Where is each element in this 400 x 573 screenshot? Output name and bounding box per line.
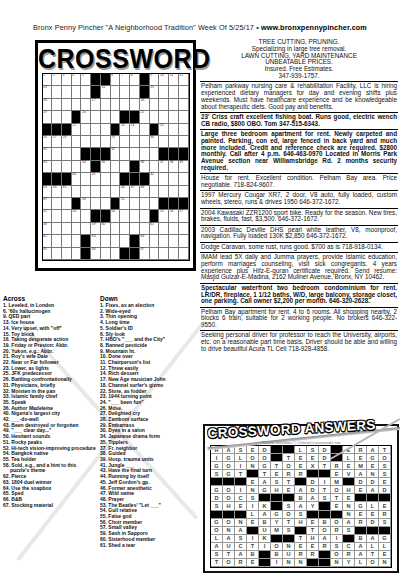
grid-cell: [81, 210, 91, 222]
grid-cell: [62, 198, 72, 210]
grid-cell: 57: [179, 210, 189, 222]
answer-cell: A: [211, 543, 223, 551]
answer-cell: A: [355, 551, 367, 559]
grid-cell: [52, 86, 62, 98]
header-text: Bronx Penny Pincher "A Neighborhood Trad…: [33, 23, 261, 32]
grid-cell: [72, 186, 82, 198]
answer-cell: E: [271, 470, 283, 478]
answer-cell: G: [271, 511, 283, 519]
answer-cell: N: [283, 559, 295, 567]
grid-cell: [169, 136, 179, 148]
down-clue-list: 1. Fixes, as an election2. Wide-eyed3. T…: [100, 303, 197, 548]
cell-number: 15: [150, 86, 154, 90]
grid-cell: [101, 111, 111, 123]
black-cell: [247, 470, 259, 478]
answer-cell: K: [259, 502, 271, 510]
classified-ad: IMAM lead 5X daily and Jumma prayers, pr…: [200, 253, 398, 283]
grid-cell: 10: [159, 74, 169, 86]
answer-cell: E: [367, 511, 379, 519]
answer-cell: S: [319, 494, 331, 502]
grid-cell: [111, 223, 121, 235]
cell-number: 7: [121, 74, 123, 78]
answer-cell: S: [211, 551, 223, 559]
classified-ad: 23' Criss craft excellent fishing boat. …: [200, 113, 398, 129]
cell-number: 40: [72, 173, 76, 177]
cell-number: 8: [131, 74, 133, 78]
answer-cell: L: [247, 511, 259, 519]
grid-cell: 31: [43, 148, 53, 160]
cell-number: 28: [63, 136, 67, 140]
grid-cell: [81, 136, 91, 148]
black-cell: [259, 494, 271, 502]
classified-ad: Seeking personal driver for professor to…: [200, 331, 398, 354]
grid-cell: [62, 161, 72, 173]
answer-cell: O: [331, 486, 343, 494]
grid-cell: [101, 186, 111, 198]
grid-cell: [111, 161, 121, 173]
cell-number: 20: [82, 111, 86, 115]
grid-cell: [120, 99, 130, 111]
black-cell: [271, 454, 283, 462]
black-cell: [271, 535, 283, 543]
grid-cell: 17: [91, 99, 101, 111]
grid-cell: [159, 99, 169, 111]
black-cell: [150, 210, 160, 222]
grid-cell: [140, 210, 150, 222]
answer-cell: G: [211, 486, 223, 494]
answer-cell: T: [307, 527, 319, 535]
answer-cell: O: [283, 511, 295, 519]
grid-cell: [62, 248, 72, 260]
black-cell: [271, 502, 283, 510]
answer-cell: O: [247, 454, 259, 462]
answer-cell: D: [307, 478, 319, 486]
answer-cell: T: [283, 454, 295, 462]
grid-cell: [72, 99, 82, 111]
cell-number: 14: [101, 86, 105, 90]
answer-cell: A: [259, 478, 271, 486]
cell-number: 66: [92, 248, 96, 252]
answer-cell: O: [367, 559, 379, 567]
black-cell: [307, 470, 319, 478]
answer-cell: A: [367, 535, 379, 543]
grid-cell: [111, 173, 121, 185]
grid-cell: [179, 86, 189, 98]
answer-cell: E: [307, 543, 319, 551]
answer-cell: R: [331, 462, 343, 470]
grid-cell: [179, 223, 189, 235]
grid-cell: 27: [52, 136, 62, 148]
answer-cell: E: [379, 502, 391, 510]
answer-cell: N: [367, 470, 379, 478]
grid-cell: [130, 136, 140, 148]
grid-cell: [130, 198, 140, 210]
black-cell: [247, 527, 259, 535]
cell-number: 10: [160, 74, 164, 78]
black-cell: [101, 148, 111, 160]
grid-cell: [120, 86, 130, 98]
grid-cell: 4: [72, 74, 82, 86]
grid-cell: [130, 210, 140, 222]
answer-cell: T: [211, 559, 223, 567]
answer-cell: R: [295, 470, 307, 478]
answer-cell: G: [223, 470, 235, 478]
answer-cell: U: [259, 527, 271, 535]
grid-cell: [150, 186, 160, 198]
cell-number: 32: [111, 148, 115, 152]
cell-number: 25: [160, 124, 164, 128]
grid-cell: 13: [43, 86, 53, 98]
grid-cell: [150, 235, 160, 247]
answer-cell: V: [343, 470, 355, 478]
answer-cell: G: [355, 502, 367, 510]
answer-cell: A: [223, 535, 235, 543]
grid-cell: [179, 99, 189, 111]
answer-cell: T: [235, 470, 247, 478]
cell-number: 44: [53, 186, 57, 190]
answer-cell: T: [319, 486, 331, 494]
answer-cell: L: [343, 454, 355, 462]
answer-cell: B: [295, 494, 307, 502]
grid-cell: [52, 99, 62, 111]
grid-cell: [81, 223, 91, 235]
grid-cell: [52, 210, 62, 222]
black-cell: [271, 494, 283, 502]
grid-cell: 15: [150, 86, 160, 98]
answer-cell: N: [295, 559, 307, 567]
grid-cell: [111, 235, 121, 247]
answer-cell: A: [259, 511, 271, 519]
grid-cell: 64: [140, 235, 150, 247]
answer-cell: R: [355, 446, 367, 454]
grid-cell: 36: [140, 161, 150, 173]
answer-cell: N: [247, 462, 259, 470]
answer-cell: I: [247, 535, 259, 543]
grid-cell: [159, 136, 169, 148]
cell-number: 36: [140, 161, 144, 165]
answer-cell: L: [235, 454, 247, 462]
grid-cell: [169, 235, 179, 247]
grid-cell: 52: [43, 210, 53, 222]
grid-cell: [120, 235, 130, 247]
cell-number: 26: [43, 136, 47, 140]
answer-cell: A: [295, 502, 307, 510]
grid-cell: 60: [101, 223, 111, 235]
classified-ad: Pelham Bay apartment for rent. 4 to 6 ro…: [200, 308, 398, 331]
cell-number: 45: [63, 186, 67, 190]
grid-cell: 45: [62, 186, 72, 198]
cell-number: 6: [111, 74, 113, 78]
grid-cell: [101, 173, 111, 185]
grid-cell: 11: [169, 74, 179, 86]
black-cell: [140, 173, 150, 185]
black-cell: [179, 148, 189, 160]
cell-number: 43: [43, 186, 47, 190]
black-cell: [307, 559, 319, 567]
black-cell: [130, 248, 140, 260]
black-cell: [355, 494, 367, 502]
grid-cell: 34: [81, 161, 91, 173]
grid-cell: 48: [140, 186, 150, 198]
answer-cell: E: [247, 519, 259, 527]
black-cell: [367, 494, 379, 502]
answer-cell: T: [271, 462, 283, 470]
answer-cell: E: [295, 543, 307, 551]
black-cell: [295, 478, 307, 486]
classified-ad: Dodge Caravan, some rust, runs good. $70…: [200, 243, 398, 252]
answer-cell: D: [355, 478, 367, 486]
cell-number: 13: [43, 86, 47, 90]
cell-number: 33: [43, 161, 47, 165]
cell-number: 60: [101, 223, 105, 227]
answer-cell: S: [283, 502, 295, 510]
cell-number: 42: [150, 173, 154, 177]
grid-cell: [150, 99, 160, 111]
grid-cell: [111, 99, 121, 111]
down-heading: Down: [100, 295, 197, 302]
answer-cell: A: [307, 494, 319, 502]
answer-cell: G: [259, 486, 271, 494]
grid-cell: 35: [101, 161, 111, 173]
grid-cell: [159, 223, 169, 235]
grid-cell: 42: [150, 173, 160, 185]
answer-cell: T: [259, 470, 271, 478]
black-cell: [101, 210, 111, 222]
answer-cell: E: [367, 462, 379, 470]
grid-cell: [179, 136, 189, 148]
answer-cell: R: [331, 527, 343, 535]
grid-cell: [179, 173, 189, 185]
crossword-title: CROSSWORD: [38, 43, 193, 72]
grid-cell: [120, 210, 130, 222]
grid-cell: 19: [43, 111, 53, 123]
answer-cell: S: [379, 470, 391, 478]
answer-cell: R: [319, 543, 331, 551]
grid-cell: [120, 161, 130, 173]
black-cell: [319, 559, 331, 567]
cell-number: 53: [72, 210, 76, 214]
answer-cell: A: [235, 527, 247, 535]
answer-cell: G: [379, 535, 391, 543]
clue: 67. Stocking material: [3, 503, 96, 509]
grid-cell: 20: [81, 111, 91, 123]
grid-cell: [120, 223, 130, 235]
answer-cell: T: [283, 478, 295, 486]
answer-cell: H: [223, 502, 235, 510]
answer-cell: N: [343, 511, 355, 519]
grid-cell: [140, 198, 150, 210]
answer-cell: R: [283, 470, 295, 478]
grid-cell: [52, 161, 62, 173]
grid-cell: [101, 99, 111, 111]
grid-cell: [140, 136, 150, 148]
answer-cell: G: [259, 462, 271, 470]
grid-cell: 30: [150, 136, 160, 148]
black-cell: [283, 494, 295, 502]
grid-cell: 21: [140, 111, 150, 123]
answer-cell: S: [211, 470, 223, 478]
answer-cell: C: [235, 543, 247, 551]
answer-cell: R: [235, 559, 247, 567]
grid-cell: [52, 235, 62, 247]
grid-cell: [52, 148, 62, 160]
cell-number: 56: [170, 210, 174, 214]
grid-cell: 37: [159, 161, 169, 173]
grid-cell: 67: [140, 248, 150, 260]
grid-cell: [169, 186, 179, 198]
cell-number: 65: [43, 248, 47, 252]
grid-cell: [72, 235, 82, 247]
grid-cell: [159, 111, 169, 123]
cell-number: 39: [179, 161, 183, 165]
cell-number: 3: [63, 74, 65, 78]
grid-cell: [140, 148, 150, 160]
answers-grid: RASEDLSDERATIGLOOTEEDLEGOGOINGTOEXTREMES…: [210, 445, 392, 568]
answer-cell: O: [223, 486, 235, 494]
answer-cell: T: [379, 446, 391, 454]
black-cell: [259, 559, 271, 567]
answer-cell: N: [235, 519, 247, 527]
grid-cell: [101, 124, 111, 136]
black-cell: [169, 148, 179, 160]
down-clues: Down 1. Fixes, as an election2. Wide-eye…: [100, 295, 197, 548]
cell-number: 9: [150, 74, 152, 78]
grid-cell: 39: [179, 161, 189, 173]
grid-cell: [150, 111, 160, 123]
black-cell: [211, 478, 223, 486]
grid-cell: [72, 223, 82, 235]
grid-cell: 32: [111, 148, 121, 160]
answer-cell: E: [355, 511, 367, 519]
cell-number: 29: [111, 136, 115, 140]
answer-cell: H: [343, 486, 355, 494]
answer-cell: E: [379, 551, 391, 559]
cell-number: 54: [111, 210, 115, 214]
grid-cell: [81, 86, 91, 98]
grid-cell: [179, 124, 189, 136]
answer-cell: E: [355, 454, 367, 462]
classified-ad: TREE CUTTING, PRUNING. Specializing in l…: [200, 38, 398, 81]
black-cell: [91, 210, 101, 222]
answer-cell: E: [379, 478, 391, 486]
black-cell: [379, 527, 391, 535]
answer-cell: A: [319, 535, 331, 543]
black-cell: [211, 511, 223, 519]
black-cell: [331, 511, 343, 519]
answer-cell: S: [247, 494, 259, 502]
grid-cell: [179, 248, 189, 260]
answer-cell: O: [223, 462, 235, 470]
answer-cell: A: [367, 446, 379, 454]
grid-cell: [179, 111, 189, 123]
black-cell: [319, 502, 331, 510]
grid-cell: [130, 99, 140, 111]
answer-cell: T: [283, 519, 295, 527]
cell-number: 19: [43, 111, 47, 115]
answer-cell: E: [307, 454, 319, 462]
classifieds-column: TREE CUTTING, PRUNING. Specializing in l…: [200, 38, 398, 422]
answer-cell: N: [331, 559, 343, 567]
answer-cell: H: [295, 519, 307, 527]
grid-cell: [130, 148, 140, 160]
grid-cell: [62, 235, 72, 247]
answer-cell: T: [295, 535, 307, 543]
grid-cell: [72, 248, 82, 260]
black-cell: [62, 173, 72, 185]
grid-cell: [169, 99, 179, 111]
answer-cell: E: [343, 462, 355, 470]
answer-cell: N: [223, 527, 235, 535]
across-clues: Across 1. Leveled, in London6. '60s hall…: [3, 295, 96, 508]
answer-cell: A: [235, 551, 247, 559]
answer-cell: A: [295, 486, 307, 494]
clue: 61. Shed a tear: [100, 543, 197, 549]
black-cell: [130, 111, 140, 123]
cell-number: 17: [92, 99, 96, 103]
answer-cell: O: [259, 454, 271, 462]
answer-cell: S: [343, 527, 355, 535]
grid-cell: [169, 86, 179, 98]
answer-cell: C: [235, 494, 247, 502]
black-cell: [159, 148, 169, 160]
answer-cell: I: [247, 502, 259, 510]
grid-cell: [52, 248, 62, 260]
grid-cell: 23: [120, 124, 130, 136]
answer-cell: I: [319, 478, 331, 486]
grid-cell: [101, 248, 111, 260]
cell-number: 49: [43, 198, 47, 202]
black-cell: [130, 235, 140, 247]
classified-ad: Large three bedroom apartment for rent. …: [200, 130, 398, 173]
grid-cell: 53: [72, 210, 82, 222]
grid-cell: 7: [120, 74, 130, 86]
grid-cell: 44: [52, 186, 62, 198]
black-cell: [130, 161, 140, 173]
black-cell: [235, 478, 247, 486]
grid-cell: [169, 124, 179, 136]
grid-cell: [62, 111, 72, 123]
classified-ad: Pelham parkway nursing care & rehabilita…: [200, 82, 398, 112]
grid-cell: 25: [159, 124, 169, 136]
grid-cell: 14: [101, 86, 111, 98]
grid-cell: 50: [81, 198, 91, 210]
grid-cell: 51: [120, 198, 130, 210]
across-heading: Across: [3, 295, 96, 302]
grid-cell: 47: [130, 186, 140, 198]
black-cell: [343, 478, 355, 486]
cell-number: 37: [160, 161, 164, 165]
grid-cell: 56: [169, 210, 179, 222]
grid-cell: 55: [159, 210, 169, 222]
black-cell: [140, 74, 150, 86]
answer-cell: E: [247, 446, 259, 454]
cell-number: 64: [140, 235, 144, 239]
answer-cell: G: [223, 454, 235, 462]
cell-number: 63: [92, 235, 96, 239]
answer-cell: E: [295, 454, 307, 462]
answer-cell: O: [379, 454, 391, 462]
answer-cell: S: [295, 511, 307, 519]
grid-cell: [169, 111, 179, 123]
grid-cell: 40: [72, 173, 82, 185]
answer-cell: O: [283, 462, 295, 470]
answer-cell: E: [295, 462, 307, 470]
black-cell: [379, 494, 391, 502]
cell-number: 57: [179, 210, 183, 214]
answer-cell: T: [367, 551, 379, 559]
grid-cell: [159, 248, 169, 260]
cell-number: 18: [140, 99, 144, 103]
